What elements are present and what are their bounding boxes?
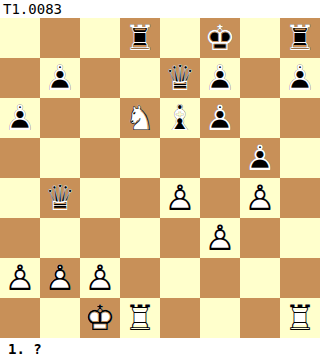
square-f2[interactable] [200, 258, 240, 298]
square-d3[interactable] [120, 218, 160, 258]
piece-glyph-detail: ♔ [80, 298, 120, 338]
black-pawn[interactable]: ♟♙ [200, 98, 240, 138]
square-b3[interactable] [40, 218, 80, 258]
piece-glyph-detail: ♙ [0, 258, 40, 298]
square-f8[interactable]: ♚♔ [200, 18, 240, 58]
square-g5[interactable]: ♟♙ [240, 138, 280, 178]
square-g4[interactable]: ♟♙ [240, 178, 280, 218]
piece-glyph-detail: ♙ [40, 58, 80, 98]
piece-glyph-detail: ♔ [200, 18, 240, 58]
black-rook[interactable]: ♜♖ [120, 18, 160, 58]
square-b2[interactable]: ♟♙ [40, 258, 80, 298]
square-e1[interactable] [160, 298, 200, 338]
move-prompt: 1. ? [0, 338, 320, 360]
square-h2[interactable] [280, 258, 320, 298]
square-a4[interactable] [0, 178, 40, 218]
square-h1[interactable]: ♜♖ [280, 298, 320, 338]
square-d1[interactable]: ♜♖ [120, 298, 160, 338]
piece-glyph-detail: ♖ [280, 18, 320, 58]
piece-glyph-detail: ♙ [160, 178, 200, 218]
square-h8[interactable]: ♜♖ [280, 18, 320, 58]
black-pawn[interactable]: ♟♙ [200, 58, 240, 98]
square-e7[interactable]: ♛♕ [160, 58, 200, 98]
white-pawn[interactable]: ♟♙ [80, 258, 120, 298]
white-pawn[interactable]: ♟♙ [40, 258, 80, 298]
white-pawn[interactable]: ♟♙ [160, 178, 200, 218]
square-b6[interactable] [40, 98, 80, 138]
black-rook[interactable]: ♜♖ [280, 18, 320, 58]
piece-glyph-detail: ♙ [40, 258, 80, 298]
piece-glyph-detail: ♙ [200, 98, 240, 138]
white-pawn[interactable]: ♟♙ [200, 218, 240, 258]
square-h5[interactable] [280, 138, 320, 178]
piece-glyph-detail: ♙ [200, 58, 240, 98]
black-king[interactable]: ♚♔ [200, 18, 240, 58]
white-knight[interactable]: ♞♘ [120, 98, 160, 138]
square-c4[interactable] [80, 178, 120, 218]
square-g2[interactable] [240, 258, 280, 298]
square-b1[interactable] [40, 298, 80, 338]
black-pawn[interactable]: ♟♙ [0, 98, 40, 138]
square-a6[interactable]: ♟♙ [0, 98, 40, 138]
square-h4[interactable] [280, 178, 320, 218]
square-e8[interactable] [160, 18, 200, 58]
square-e2[interactable] [160, 258, 200, 298]
square-h3[interactable] [280, 218, 320, 258]
square-e5[interactable] [160, 138, 200, 178]
square-c8[interactable] [80, 18, 120, 58]
square-b7[interactable]: ♟♙ [40, 58, 80, 98]
square-c6[interactable] [80, 98, 120, 138]
piece-glyph-detail: ♖ [280, 298, 320, 338]
piece-glyph-detail: ♖ [120, 298, 160, 338]
square-d2[interactable] [120, 258, 160, 298]
piece-glyph-detail: ♙ [0, 98, 40, 138]
square-e4[interactable]: ♟♙ [160, 178, 200, 218]
black-queen[interactable]: ♛♕ [40, 178, 80, 218]
square-f1[interactable] [200, 298, 240, 338]
square-f4[interactable] [200, 178, 240, 218]
square-a5[interactable] [0, 138, 40, 178]
square-f5[interactable] [200, 138, 240, 178]
piece-glyph-detail: ♙ [280, 58, 320, 98]
white-king[interactable]: ♚♔ [80, 298, 120, 338]
black-bishop[interactable]: ♝♗ [160, 98, 200, 138]
black-pawn[interactable]: ♟♙ [240, 138, 280, 178]
square-b8[interactable] [40, 18, 80, 58]
piece-glyph-detail: ♙ [80, 258, 120, 298]
piece-glyph-detail: ♖ [120, 18, 160, 58]
square-g8[interactable] [240, 18, 280, 58]
square-d4[interactable] [120, 178, 160, 218]
square-f3[interactable]: ♟♙ [200, 218, 240, 258]
white-pawn[interactable]: ♟♙ [240, 178, 280, 218]
black-pawn[interactable]: ♟♙ [280, 58, 320, 98]
square-a2[interactable]: ♟♙ [0, 258, 40, 298]
piece-glyph-detail: ♙ [240, 138, 280, 178]
piece-glyph-detail: ♗ [160, 98, 200, 138]
white-rook[interactable]: ♜♖ [120, 298, 160, 338]
square-d8[interactable]: ♜♖ [120, 18, 160, 58]
square-g3[interactable] [240, 218, 280, 258]
white-pawn[interactable]: ♟♙ [0, 258, 40, 298]
piece-glyph-detail: ♘ [120, 98, 160, 138]
square-f7[interactable]: ♟♙ [200, 58, 240, 98]
square-h7[interactable]: ♟♙ [280, 58, 320, 98]
square-d5[interactable] [120, 138, 160, 178]
square-c1[interactable]: ♚♔ [80, 298, 120, 338]
square-c3[interactable] [80, 218, 120, 258]
square-e3[interactable] [160, 218, 200, 258]
square-d7[interactable] [120, 58, 160, 98]
square-a3[interactable] [0, 218, 40, 258]
black-queen[interactable]: ♛♕ [160, 58, 200, 98]
square-g1[interactable] [240, 298, 280, 338]
square-e6[interactable]: ♝♗ [160, 98, 200, 138]
square-g7[interactable] [240, 58, 280, 98]
square-b4[interactable]: ♛♕ [40, 178, 80, 218]
chess-board: ♜♖♚♔♜♖♟♙♛♕♟♙♟♙♟♙♞♘♝♗♟♙♟♙♛♕♟♙♟♙♟♙♟♙♟♙♟♙♚♔… [0, 18, 320, 338]
square-a1[interactable] [0, 298, 40, 338]
square-c2[interactable]: ♟♙ [80, 258, 120, 298]
square-c7[interactable] [80, 58, 120, 98]
piece-glyph-detail: ♕ [160, 58, 200, 98]
square-b5[interactable] [40, 138, 80, 178]
puzzle-title: T1.0083 [0, 0, 320, 18]
square-c5[interactable] [80, 138, 120, 178]
square-d6[interactable]: ♞♘ [120, 98, 160, 138]
piece-glyph-detail: ♕ [40, 178, 80, 218]
black-pawn[interactable]: ♟♙ [40, 58, 80, 98]
square-a7[interactable] [0, 58, 40, 98]
square-a8[interactable] [0, 18, 40, 58]
piece-glyph-detail: ♙ [200, 218, 240, 258]
square-g6[interactable] [240, 98, 280, 138]
white-rook[interactable]: ♜♖ [280, 298, 320, 338]
square-h6[interactable] [280, 98, 320, 138]
piece-glyph-detail: ♙ [240, 178, 280, 218]
square-f6[interactable]: ♟♙ [200, 98, 240, 138]
